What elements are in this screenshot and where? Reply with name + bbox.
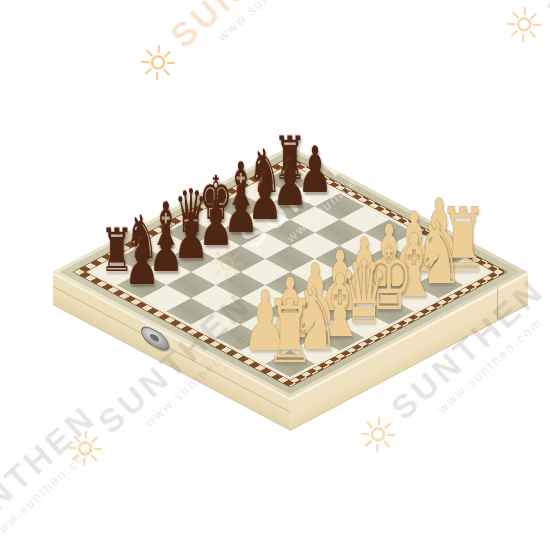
mosaic-border xyxy=(72,157,508,388)
product-photo: { "game": "chess", "caption": "Folding w… xyxy=(0,0,550,550)
chess-set-photo: ♜♞♝♛♚♝♞♜♟♟♟♟♟♟♟♟♟♟♟♟♟♟♟♟♜♞♝♛♚♝♞♜ xyxy=(0,0,550,550)
board-wood-rim xyxy=(52,146,527,398)
fold-seam xyxy=(497,288,498,321)
chess-board xyxy=(52,146,527,398)
board-outer-margin xyxy=(59,150,520,394)
